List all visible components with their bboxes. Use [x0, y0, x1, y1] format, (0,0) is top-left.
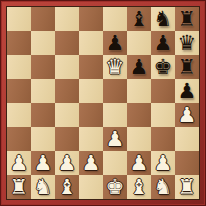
square-h7[interactable]: ♛	[175, 31, 199, 55]
square-e5[interactable]	[103, 79, 127, 103]
square-a6[interactable]	[7, 55, 31, 79]
square-b2[interactable]: ♟	[31, 151, 55, 175]
square-h1[interactable]: ♜	[175, 175, 199, 199]
black-pawn-g7[interactable]: ♟	[154, 31, 173, 55]
square-f8[interactable]: ♝	[127, 7, 151, 31]
square-f5[interactable]	[127, 79, 151, 103]
white-pawn-e3[interactable]: ♟	[106, 127, 125, 151]
square-a4[interactable]	[7, 103, 31, 127]
white-bishop-c1[interactable]: ♝	[58, 175, 77, 199]
chess-board-frame: ♝♞♜♟♟♛♛♟♚♜♟♟♟♟♟♟♟♟♟♜♞♝♚♝♞♜	[0, 0, 206, 206]
square-g8[interactable]: ♞	[151, 7, 175, 31]
white-pawn-h4[interactable]: ♟	[178, 103, 197, 127]
square-g6[interactable]: ♚	[151, 55, 175, 79]
square-e1[interactable]: ♚	[103, 175, 127, 199]
square-g5[interactable]	[151, 79, 175, 103]
square-b8[interactable]	[31, 7, 55, 31]
square-d8[interactable]	[79, 7, 103, 31]
black-pawn-h5[interactable]: ♟	[178, 79, 197, 103]
square-b3[interactable]	[31, 127, 55, 151]
black-pawn-f6[interactable]: ♟	[130, 55, 149, 79]
square-a5[interactable]	[7, 79, 31, 103]
square-e3[interactable]: ♟	[103, 127, 127, 151]
square-d7[interactable]	[79, 31, 103, 55]
square-a3[interactable]	[7, 127, 31, 151]
white-rook-a1[interactable]: ♜	[10, 175, 29, 199]
square-f3[interactable]	[127, 127, 151, 151]
square-b6[interactable]	[31, 55, 55, 79]
square-e8[interactable]	[103, 7, 127, 31]
black-king-g6[interactable]: ♚	[154, 55, 173, 79]
square-d5[interactable]	[79, 79, 103, 103]
white-pawn-d2[interactable]: ♟	[82, 151, 101, 175]
white-pawn-c2[interactable]: ♟	[58, 151, 77, 175]
square-e4[interactable]	[103, 103, 127, 127]
black-rook-h8[interactable]: ♜	[178, 7, 197, 31]
square-d4[interactable]	[79, 103, 103, 127]
square-c3[interactable]	[55, 127, 79, 151]
square-b1[interactable]: ♞	[31, 175, 55, 199]
square-a7[interactable]	[7, 31, 31, 55]
square-a8[interactable]	[7, 7, 31, 31]
white-pawn-g2[interactable]: ♟	[154, 151, 173, 175]
white-queen-e6[interactable]: ♛	[106, 55, 125, 79]
square-h8[interactable]: ♜	[175, 7, 199, 31]
square-c1[interactable]: ♝	[55, 175, 79, 199]
square-d3[interactable]	[79, 127, 103, 151]
chess-board: ♝♞♜♟♟♛♛♟♚♜♟♟♟♟♟♟♟♟♟♜♞♝♚♝♞♜	[6, 6, 200, 200]
square-h5[interactable]: ♟	[175, 79, 199, 103]
square-f1[interactable]: ♝	[127, 175, 151, 199]
square-d6[interactable]	[79, 55, 103, 79]
square-c5[interactable]	[55, 79, 79, 103]
white-pawn-b2[interactable]: ♟	[34, 151, 53, 175]
white-pawn-a2[interactable]: ♟	[10, 151, 29, 175]
square-h4[interactable]: ♟	[175, 103, 199, 127]
square-c7[interactable]	[55, 31, 79, 55]
black-bishop-f8[interactable]: ♝	[130, 7, 149, 31]
square-f2[interactable]: ♟	[127, 151, 151, 175]
square-h3[interactable]	[175, 127, 199, 151]
square-f6[interactable]: ♟	[127, 55, 151, 79]
square-d1[interactable]	[79, 175, 103, 199]
square-a1[interactable]: ♜	[7, 175, 31, 199]
black-pawn-e7[interactable]: ♟	[106, 31, 125, 55]
white-bishop-f1[interactable]: ♝	[130, 175, 149, 199]
square-g7[interactable]: ♟	[151, 31, 175, 55]
square-a2[interactable]: ♟	[7, 151, 31, 175]
square-f4[interactable]	[127, 103, 151, 127]
square-c2[interactable]: ♟	[55, 151, 79, 175]
white-king-e1[interactable]: ♚	[106, 175, 125, 199]
square-f7[interactable]	[127, 31, 151, 55]
black-rook-h6[interactable]: ♜	[178, 55, 197, 79]
square-c4[interactable]	[55, 103, 79, 127]
black-queen-h7[interactable]: ♛	[178, 31, 197, 55]
square-g3[interactable]	[151, 127, 175, 151]
square-h2[interactable]	[175, 151, 199, 175]
square-c6[interactable]	[55, 55, 79, 79]
square-b7[interactable]	[31, 31, 55, 55]
white-rook-h1[interactable]: ♜	[178, 175, 197, 199]
square-g4[interactable]	[151, 103, 175, 127]
square-c8[interactable]	[55, 7, 79, 31]
square-e2[interactable]	[103, 151, 127, 175]
square-e7[interactable]: ♟	[103, 31, 127, 55]
square-b5[interactable]	[31, 79, 55, 103]
square-e6[interactable]: ♛	[103, 55, 127, 79]
square-d2[interactable]: ♟	[79, 151, 103, 175]
white-pawn-f2[interactable]: ♟	[130, 151, 149, 175]
square-h6[interactable]: ♜	[175, 55, 199, 79]
black-knight-g8[interactable]: ♞	[154, 7, 173, 31]
square-g1[interactable]: ♞	[151, 175, 175, 199]
square-b4[interactable]	[31, 103, 55, 127]
white-knight-g1[interactable]: ♞	[154, 175, 173, 199]
white-knight-b1[interactable]: ♞	[34, 175, 53, 199]
square-g2[interactable]: ♟	[151, 151, 175, 175]
